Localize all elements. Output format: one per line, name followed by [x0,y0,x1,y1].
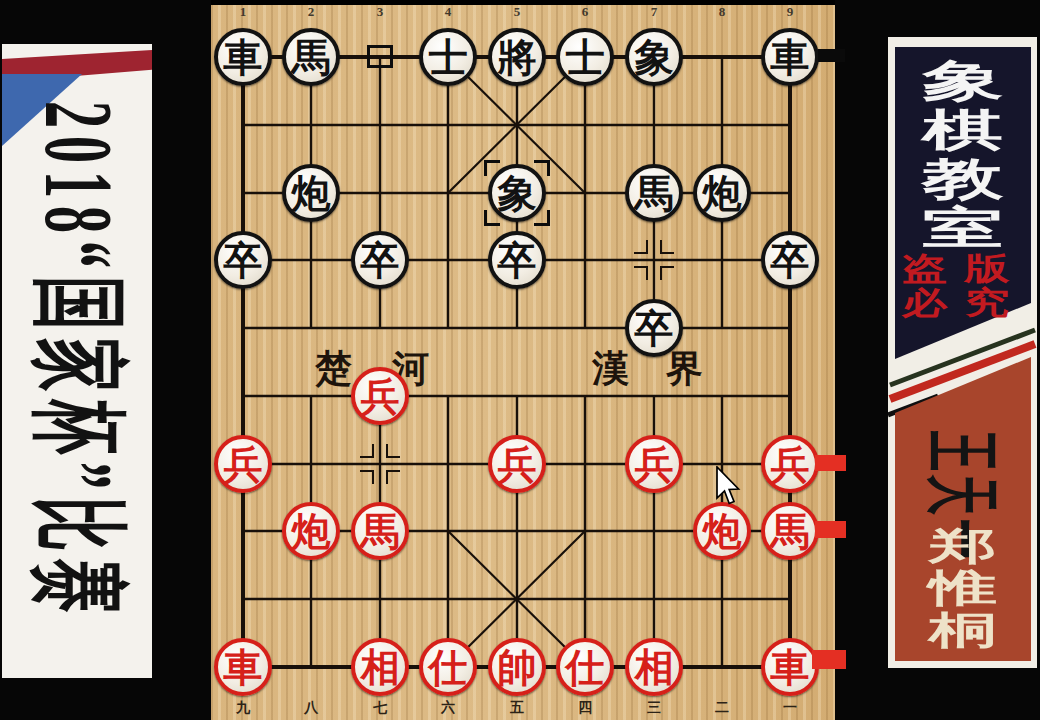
file-label-top: 3 [377,4,384,20]
event-banner: 2018“国家杯”比赛 [2,44,152,678]
file-label-top: 1 [240,4,247,20]
piece-black-chariot[interactable]: 車 [214,28,272,86]
piece-red-soldier[interactable]: 兵 [488,435,546,493]
piece-black-horse[interactable]: 馬 [625,164,683,222]
piece-red-chariot[interactable]: 車 [214,638,272,696]
video-frame: { "game": "xiangqi", "left_banner": { "t… [0,0,1040,720]
piece-black-soldier[interactable]: 卒 [761,231,819,289]
piece-red-soldier[interactable]: 兵 [625,435,683,493]
piece-black-general[interactable]: 將 [488,28,546,86]
piece-red-elephant[interactable]: 相 [625,638,683,696]
piece-red-soldier[interactable]: 兵 [351,367,409,425]
file-label-bottom: 六 [441,699,455,717]
player-name-bottom: 郑惟桐 [927,525,999,651]
piece-black-elephant[interactable]: 象 [488,164,546,222]
xiangqi-board[interactable]: 楚河 漢界 123456789九八七六五四三二一車馬士將士象車炮象馬炮卒卒卒卒卒… [211,0,835,720]
file-label-top: 4 [445,4,452,20]
file-label-bottom: 四 [578,699,592,717]
piece-black-advisor[interactable]: 士 [556,28,614,86]
piece-red-horse[interactable]: 馬 [761,502,819,560]
file-label-bottom: 二 [715,699,729,717]
file-label-top: 5 [514,4,521,20]
event-title: 2018“国家杯”比赛 [11,101,142,621]
piece-black-cannon[interactable]: 炮 [693,164,751,222]
video-artifact-red [815,521,846,538]
board-grid [211,0,835,720]
last-move-origin-marker [367,45,393,68]
channel-title: 象棋教室 [920,57,1005,253]
piece-black-soldier[interactable]: 卒 [214,231,272,289]
piece-black-advisor[interactable]: 士 [419,28,477,86]
file-label-bottom: 九 [236,699,250,717]
piece-red-cannon[interactable]: 炮 [282,502,340,560]
video-artifact-red [815,455,846,471]
piece-black-soldier[interactable]: 卒 [351,231,409,289]
file-label-bottom: 七 [373,699,387,717]
file-label-bottom: 八 [304,699,318,717]
piece-red-elephant[interactable]: 相 [351,638,409,696]
piece-red-chariot[interactable]: 車 [761,638,819,696]
piece-red-advisor[interactable]: 仕 [419,638,477,696]
file-label-bottom: 三 [647,699,661,717]
piece-red-general[interactable]: 帥 [488,638,546,696]
channel-banner: 象棋教室 盗版必究 王天一 郑惟桐 [888,37,1037,668]
piece-red-horse[interactable]: 馬 [351,502,409,560]
piece-black-horse[interactable]: 馬 [282,28,340,86]
video-artifact-red [812,650,846,669]
file-label-bottom: 一 [783,699,797,717]
file-label-bottom: 五 [510,699,524,717]
piece-black-chariot[interactable]: 車 [761,28,819,86]
piracy-warning: 盗版必究 [902,252,1024,320]
piece-black-cannon[interactable]: 炮 [282,164,340,222]
piece-red-soldier[interactable]: 兵 [761,435,819,493]
piece-black-soldier[interactable]: 卒 [625,299,683,357]
piece-black-soldier[interactable]: 卒 [488,231,546,289]
file-label-top: 2 [308,4,315,20]
file-label-top: 8 [719,4,726,20]
piece-black-elephant[interactable]: 象 [625,28,683,86]
file-label-top: 7 [651,4,658,20]
file-label-top: 9 [787,4,794,20]
video-artifact-black [818,49,845,62]
piece-red-soldier[interactable]: 兵 [214,435,272,493]
mouse-cursor [716,466,742,512]
piece-red-advisor[interactable]: 仕 [556,638,614,696]
file-label-top: 6 [582,4,589,20]
